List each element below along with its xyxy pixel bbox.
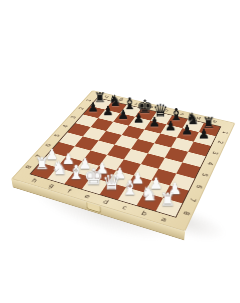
black-pawn: ♟ xyxy=(178,123,195,137)
rank-label-2: 2 xyxy=(210,137,231,148)
black-pawn: ♟ xyxy=(100,104,117,117)
black-pawn: ♟ xyxy=(195,127,213,141)
board-3d-scene: hgfedcba hgfedcba 12345678 12345678 ♜♞♝♚… xyxy=(11,90,235,231)
white-bishop: ♝ xyxy=(120,179,140,199)
black-pawn: ♟ xyxy=(146,115,163,128)
white-queen: ♛ xyxy=(102,172,122,193)
black-pawn: ♟ xyxy=(115,108,132,121)
white-king: ♚ xyxy=(84,166,104,188)
white-knight: ♞ xyxy=(139,184,159,203)
black-pawn: ♟ xyxy=(162,119,179,132)
board-frame: hgfedcba hgfedcba 12345678 12345678 ♜♞♝♚… xyxy=(11,90,235,231)
white-rook: ♜ xyxy=(158,192,179,210)
black-pawn: ♟ xyxy=(130,111,147,124)
chess-set-product-photo: hgfedcba hgfedcba 12345678 12345678 ♜♞♝♚… xyxy=(0,0,240,303)
